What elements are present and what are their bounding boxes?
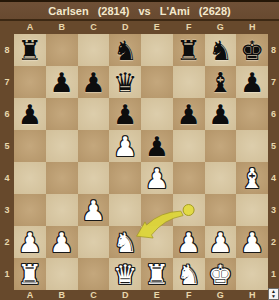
square-b5: [46, 130, 78, 162]
spinner-control[interactable]: ▲ ▼: [268, 288, 279, 300]
square-g2: ♟: [205, 226, 237, 258]
rank-label-6: 6: [268, 109, 279, 119]
piece-white-pawn-g2: ♟: [205, 226, 237, 258]
piece-white-bishop-h4: ♝: [236, 162, 268, 194]
board: ♜♞♜♞♚♟♟♛♝♟♟♟♟♟♟♟♟♝♟♟♟♞♟♟♟♜♛♜♞♚: [14, 34, 268, 290]
square-c1: [78, 258, 110, 290]
square-a7: [14, 66, 46, 98]
square-b7: ♟: [46, 66, 78, 98]
rank-label-3: 3: [0, 205, 14, 215]
square-e2: [141, 226, 173, 258]
square-g6: ♟: [205, 98, 237, 130]
square-c2: [78, 226, 110, 258]
file-label-h: H: [236, 21, 268, 34]
piece-white-knight-d2: ♞: [109, 226, 141, 258]
piece-white-pawn-c3: ♟: [78, 194, 110, 226]
file-label-h: H: [236, 290, 268, 300]
piece-black-king-h8: ♚: [236, 34, 268, 66]
file-label-b: B: [46, 290, 78, 300]
rank-label-3: 3: [268, 205, 279, 215]
square-f8: ♜: [173, 34, 205, 66]
square-h5: [236, 130, 268, 162]
square-d4: [109, 162, 141, 194]
square-a2: ♟: [14, 226, 46, 258]
piece-black-pawn-b7: ♟: [46, 66, 78, 98]
square-d3: [109, 194, 141, 226]
vs-label: vs: [138, 5, 150, 17]
file-label-f: F: [173, 290, 205, 300]
square-c8: [78, 34, 110, 66]
square-e1: ♜: [141, 258, 173, 290]
square-e8: [141, 34, 173, 66]
square-a6: ♟: [14, 98, 46, 130]
file-label-a: A: [14, 21, 46, 34]
square-d1: ♛: [109, 258, 141, 290]
square-g1: ♚: [205, 258, 237, 290]
square-h6: [236, 98, 268, 130]
rank-labels-left: 87654321: [0, 34, 14, 290]
square-a1: ♜: [14, 258, 46, 290]
square-f3: [173, 194, 205, 226]
piece-black-pawn-f6: ♟: [173, 98, 205, 130]
square-b1: [46, 258, 78, 290]
square-d6: ♟: [109, 98, 141, 130]
square-c6: [78, 98, 110, 130]
square-a4: [14, 162, 46, 194]
square-g4: [205, 162, 237, 194]
white-player-name: Carlsen: [48, 5, 88, 17]
rank-label-2: 2: [0, 237, 14, 247]
piece-black-pawn-e5: ♟: [141, 130, 173, 162]
square-b3: [46, 194, 78, 226]
rank-label-4: 4: [0, 173, 14, 183]
square-c3: ♟: [78, 194, 110, 226]
piece-black-pawn-a6: ♟: [14, 98, 46, 130]
file-label-e: E: [141, 21, 173, 34]
file-label-c: C: [78, 290, 110, 300]
piece-white-pawn-b2: ♟: [46, 226, 78, 258]
piece-white-knight-f1: ♞: [173, 258, 205, 290]
square-b6: [46, 98, 78, 130]
square-d8: ♞: [109, 34, 141, 66]
square-g5: [205, 130, 237, 162]
white-player-rating: (2814): [98, 5, 130, 17]
piece-white-rook-a1: ♜: [14, 258, 46, 290]
piece-black-rook-f8: ♜: [173, 34, 205, 66]
game-header: Carlsen (2814) vs L'Ami (2628): [0, 0, 279, 21]
square-b2: ♟: [46, 226, 78, 258]
square-d5: ♟: [109, 130, 141, 162]
square-e3: [141, 194, 173, 226]
piece-white-rook-e1: ♜: [141, 258, 173, 290]
square-f7: [173, 66, 205, 98]
rank-label-5: 5: [0, 141, 14, 151]
piece-black-pawn-h7: ♟: [236, 66, 268, 98]
square-e4: ♟: [141, 162, 173, 194]
square-h8: ♚: [236, 34, 268, 66]
square-a3: [14, 194, 46, 226]
square-d7: ♛: [109, 66, 141, 98]
square-e7: [141, 66, 173, 98]
square-g3: [205, 194, 237, 226]
piece-black-knight-d8: ♞: [109, 34, 141, 66]
piece-white-pawn-e4: ♟: [141, 162, 173, 194]
piece-white-king-g1: ♚: [205, 258, 237, 290]
piece-white-queen-d1: ♛: [109, 258, 141, 290]
rank-label-1: 1: [0, 269, 14, 279]
black-player-rating: (2628): [199, 5, 231, 17]
square-d2: ♞: [109, 226, 141, 258]
square-h1: [236, 258, 268, 290]
square-h4: ♝: [236, 162, 268, 194]
file-label-g: G: [205, 21, 237, 34]
chess-viewer: Carlsen (2814) vs L'Ami (2628) ABCDEFGH …: [0, 0, 279, 300]
spinner-down-icon[interactable]: ▼: [271, 294, 276, 299]
square-f1: ♞: [173, 258, 205, 290]
rank-label-7: 7: [268, 77, 279, 87]
rank-label-8: 8: [0, 45, 14, 55]
piece-white-pawn-f2: ♟: [173, 226, 205, 258]
file-label-g: G: [205, 290, 237, 300]
file-label-d: D: [109, 290, 141, 300]
file-label-d: D: [109, 21, 141, 34]
file-label-c: C: [78, 21, 110, 34]
piece-white-pawn-a2: ♟: [14, 226, 46, 258]
piece-white-pawn-d5: ♟: [109, 130, 141, 162]
piece-black-pawn-c7: ♟: [78, 66, 110, 98]
square-c4: [78, 162, 110, 194]
piece-black-pawn-g6: ♟: [205, 98, 237, 130]
rank-label-7: 7: [0, 77, 14, 87]
square-b8: [46, 34, 78, 66]
file-labels-bottom: ABCDEFGH: [14, 290, 268, 300]
rank-labels-right: 87654321: [268, 34, 279, 290]
piece-black-rook-a8: ♜: [14, 34, 46, 66]
square-g7: ♝: [205, 66, 237, 98]
piece-black-knight-g8: ♞: [205, 34, 237, 66]
square-f4: [173, 162, 205, 194]
rank-label-6: 6: [0, 109, 14, 119]
rank-label-4: 4: [268, 173, 279, 183]
square-c7: ♟: [78, 66, 110, 98]
square-g8: ♞: [205, 34, 237, 66]
file-label-f: F: [173, 21, 205, 34]
rank-label-5: 5: [268, 141, 279, 151]
square-c5: [78, 130, 110, 162]
rank-label-8: 8: [268, 45, 279, 55]
file-label-e: E: [141, 290, 173, 300]
piece-white-pawn-h2: ♟: [236, 226, 268, 258]
square-e6: [141, 98, 173, 130]
square-h7: ♟: [236, 66, 268, 98]
piece-black-bishop-g7: ♝: [205, 66, 237, 98]
rank-label-2: 2: [268, 237, 279, 247]
file-labels-top: ABCDEFGH: [14, 21, 268, 34]
square-e5: ♟: [141, 130, 173, 162]
square-a5: [14, 130, 46, 162]
square-f6: ♟: [173, 98, 205, 130]
square-f5: [173, 130, 205, 162]
piece-black-queen-d7: ♛: [109, 66, 141, 98]
square-b4: [46, 162, 78, 194]
file-label-b: B: [46, 21, 78, 34]
rank-label-1: 1: [268, 269, 279, 279]
square-h3: [236, 194, 268, 226]
square-a8: ♜: [14, 34, 46, 66]
black-player-name: L'Ami: [160, 5, 190, 17]
square-f2: ♟: [173, 226, 205, 258]
file-label-a: A: [14, 290, 46, 300]
square-h2: ♟: [236, 226, 268, 258]
piece-black-pawn-d6: ♟: [109, 98, 141, 130]
